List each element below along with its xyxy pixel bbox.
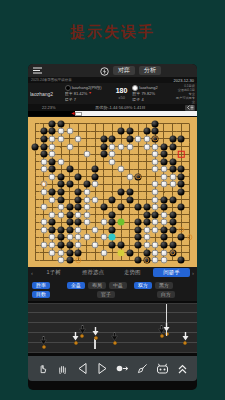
board-point[interactable] <box>143 219 152 227</box>
board-point[interactable] <box>48 150 57 158</box>
board-point[interactable] <box>168 188 177 196</box>
board-point[interactable] <box>185 173 194 181</box>
winrate-cursor[interactable] <box>75 112 82 116</box>
board-point[interactable] <box>57 219 66 227</box>
board-point[interactable] <box>82 120 91 128</box>
board-point[interactable] <box>91 234 100 242</box>
chip-opening[interactable]: 布局 <box>88 282 106 289</box>
board-point[interactable] <box>48 226 57 234</box>
tab-problem-moves[interactable]: 问题手 <box>153 268 190 277</box>
board-point[interactable] <box>125 143 134 151</box>
board-point[interactable] <box>74 158 83 166</box>
board-point[interactable] <box>168 256 177 264</box>
board-point[interactable] <box>65 256 74 264</box>
board-point[interactable] <box>177 165 186 173</box>
board-point[interactable] <box>65 135 74 143</box>
board-point[interactable] <box>143 120 152 128</box>
board-point[interactable] <box>160 256 169 264</box>
go-board[interactable] <box>28 117 197 267</box>
board-point[interactable] <box>57 226 66 234</box>
board-point[interactable] <box>48 249 57 257</box>
board-point[interactable] <box>57 234 66 242</box>
board-point[interactable] <box>82 211 91 219</box>
board-point[interactable] <box>125 249 134 257</box>
menu-icon[interactable] <box>32 66 42 76</box>
white-mistake-marker[interactable] <box>183 341 187 345</box>
board-point[interactable] <box>40 211 49 219</box>
board-point[interactable] <box>125 226 134 234</box>
board-point[interactable] <box>82 196 91 204</box>
board-point[interactable] <box>108 211 117 219</box>
board-point[interactable] <box>168 135 177 143</box>
board-point[interactable] <box>108 226 117 234</box>
problem-move-dot[interactable] <box>94 336 98 340</box>
board-point[interactable] <box>108 219 117 227</box>
board-point[interactable] <box>134 241 143 249</box>
board-point[interactable] <box>151 249 160 257</box>
tab-play[interactable]: 对弈 <box>113 66 135 75</box>
board-point[interactable] <box>91 256 100 264</box>
board-point[interactable] <box>134 188 143 196</box>
suggestion-highlight[interactable] <box>109 234 116 241</box>
board-point[interactable] <box>108 150 117 158</box>
board-point[interactable] <box>143 203 152 211</box>
tab-suggested-points[interactable]: 推荐选点 <box>74 269 111 276</box>
board-point[interactable] <box>48 211 57 219</box>
board-point[interactable] <box>108 241 117 249</box>
board-point[interactable] <box>31 158 40 166</box>
board-point[interactable] <box>185 120 194 128</box>
goban-grid[interactable] <box>31 120 194 264</box>
board-point[interactable] <box>65 226 74 234</box>
board-point[interactable] <box>143 241 152 249</box>
board-point[interactable] <box>40 241 49 249</box>
board-point[interactable] <box>117 219 126 227</box>
board-point[interactable] <box>185 188 194 196</box>
board-point[interactable] <box>125 165 134 173</box>
board-point[interactable] <box>108 158 117 166</box>
board-point[interactable] <box>40 203 49 211</box>
board-point[interactable] <box>108 188 117 196</box>
problem-move-graph[interactable] <box>28 303 197 353</box>
board-point[interactable] <box>160 203 169 211</box>
board-point[interactable] <box>82 128 91 136</box>
chip-both-sides[interactable]: 双方 <box>134 282 152 289</box>
board-point[interactable] <box>57 203 66 211</box>
board-point[interactable] <box>31 143 40 151</box>
problem-move-dot[interactable] <box>160 334 164 338</box>
board-point[interactable] <box>100 256 109 264</box>
tab-trend-graph[interactable]: 走势图 <box>114 269 151 276</box>
board-point[interactable] <box>31 219 40 227</box>
board-point[interactable] <box>160 188 169 196</box>
board-point[interactable] <box>65 120 74 128</box>
board-point[interactable] <box>168 249 177 257</box>
board-point[interactable] <box>117 120 126 128</box>
board-point[interactable] <box>74 143 83 151</box>
board-point[interactable] <box>117 256 126 264</box>
board-point[interactable] <box>177 188 186 196</box>
board-point[interactable] <box>74 173 83 181</box>
board-point[interactable] <box>185 158 194 166</box>
board-point[interactable] <box>160 135 169 143</box>
board-point[interactable] <box>48 234 57 242</box>
board-point[interactable] <box>143 158 152 166</box>
board-point[interactable] <box>168 173 177 181</box>
board-point[interactable] <box>100 211 109 219</box>
board-point[interactable] <box>65 249 74 257</box>
board-point[interactable] <box>57 173 66 181</box>
board-point[interactable] <box>40 135 49 143</box>
board-point[interactable] <box>48 196 57 204</box>
board-point[interactable] <box>168 150 177 158</box>
board-point[interactable] <box>48 188 57 196</box>
board-point[interactable] <box>100 234 109 242</box>
board-point[interactable] <box>168 165 177 173</box>
board-point[interactable] <box>168 143 177 151</box>
board-point[interactable] <box>185 165 194 173</box>
board-point[interactable] <box>160 143 169 151</box>
board-point[interactable] <box>65 219 74 227</box>
board-point[interactable] <box>168 158 177 166</box>
board-point[interactable] <box>91 120 100 128</box>
board-point[interactable] <box>100 196 109 204</box>
chip-white-side[interactable]: 白方 <box>157 291 175 298</box>
board-point[interactable] <box>31 226 40 234</box>
board-point[interactable] <box>143 226 152 234</box>
board-point[interactable] <box>91 143 100 151</box>
board-point[interactable] <box>177 241 186 249</box>
board-point[interactable] <box>100 143 109 151</box>
chip-whole-game[interactable]: 全盘 <box>67 282 85 289</box>
board-point[interactable] <box>168 241 177 249</box>
board-point[interactable] <box>160 196 169 204</box>
problem-move-dot[interactable] <box>42 345 46 349</box>
board-point[interactable] <box>117 211 126 219</box>
board-point[interactable] <box>100 158 109 166</box>
board-point[interactable] <box>82 158 91 166</box>
board-point[interactable] <box>117 143 126 151</box>
board-point[interactable] <box>82 226 91 234</box>
board-point[interactable] <box>177 181 186 189</box>
board-point[interactable] <box>160 165 169 173</box>
board-point[interactable] <box>74 203 83 211</box>
board-point[interactable] <box>31 211 40 219</box>
board-point[interactable] <box>125 188 134 196</box>
board-point[interactable] <box>117 196 126 204</box>
board-point[interactable] <box>91 135 100 143</box>
board-point[interactable] <box>74 219 83 227</box>
board-point[interactable] <box>48 165 57 173</box>
board-point[interactable] <box>82 256 91 264</box>
board-point[interactable] <box>100 203 109 211</box>
board-point[interactable] <box>177 219 186 227</box>
board-point[interactable] <box>48 120 57 128</box>
board-point[interactable] <box>117 234 126 242</box>
board-point[interactable] <box>185 150 194 158</box>
board-point[interactable] <box>185 241 194 249</box>
board-point[interactable] <box>143 150 152 158</box>
board-point[interactable] <box>151 188 160 196</box>
board-point[interactable] <box>134 128 143 136</box>
board-point[interactable] <box>40 173 49 181</box>
board-point[interactable] <box>31 234 40 242</box>
board-point[interactable] <box>177 128 186 136</box>
board-point[interactable] <box>91 158 100 166</box>
board-point[interactable] <box>57 158 66 166</box>
board-point[interactable] <box>40 256 49 264</box>
black-mistake-marker[interactable] <box>113 341 117 345</box>
board-point[interactable] <box>74 226 83 234</box>
board-point[interactable] <box>151 173 160 181</box>
board-point[interactable] <box>160 226 169 234</box>
board-point[interactable] <box>100 165 109 173</box>
board-point[interactable] <box>177 211 186 219</box>
board-point[interactable] <box>65 234 74 242</box>
board-point[interactable] <box>160 234 169 242</box>
board-point[interactable] <box>91 173 100 181</box>
board-point[interactable] <box>125 128 134 136</box>
board-point[interactable] <box>57 196 66 204</box>
chip-points[interactable]: 目数 <box>32 291 50 298</box>
tabs-right-chevron[interactable]: › <box>192 270 194 276</box>
board-point[interactable] <box>125 256 134 264</box>
board-point[interactable] <box>82 173 91 181</box>
board-point[interactable] <box>100 128 109 136</box>
board-point[interactable] <box>74 211 83 219</box>
board-point[interactable] <box>91 226 100 234</box>
board-point[interactable] <box>168 203 177 211</box>
board-point[interactable] <box>185 181 194 189</box>
board-point[interactable] <box>143 135 152 143</box>
collapse-panel-button[interactable] <box>185 105 195 111</box>
black-mistake-marker[interactable] <box>160 334 164 338</box>
board-point[interactable] <box>91 203 100 211</box>
board-point[interactable] <box>82 188 91 196</box>
board-point[interactable] <box>108 128 117 136</box>
board-point[interactable] <box>57 211 66 219</box>
board-point[interactable] <box>100 188 109 196</box>
board-point[interactable] <box>134 219 143 227</box>
board-point[interactable] <box>100 249 109 257</box>
board-point[interactable] <box>168 234 177 242</box>
board-point[interactable] <box>143 181 152 189</box>
board-point[interactable] <box>117 188 126 196</box>
ai-power-icon[interactable] <box>100 64 109 80</box>
board-point[interactable] <box>134 158 143 166</box>
board-point[interactable] <box>177 120 186 128</box>
board-point[interactable] <box>177 203 186 211</box>
board-point[interactable] <box>57 241 66 249</box>
board-point[interactable] <box>91 196 100 204</box>
board-point[interactable] <box>151 120 160 128</box>
board-point[interactable] <box>48 158 57 166</box>
board-point[interactable] <box>117 135 126 143</box>
suggestion-highlight[interactable] <box>118 249 125 256</box>
board-point[interactable] <box>168 226 177 234</box>
board-point[interactable] <box>91 150 100 158</box>
board-point[interactable] <box>117 173 126 181</box>
board-point[interactable] <box>160 241 169 249</box>
board-point[interactable] <box>134 120 143 128</box>
problem-move-dot[interactable] <box>74 341 78 345</box>
board-point[interactable] <box>134 181 143 189</box>
board-point[interactable] <box>143 249 152 257</box>
board-point[interactable] <box>48 241 57 249</box>
board-point[interactable] <box>117 226 126 234</box>
board-point[interactable] <box>177 249 186 257</box>
board-point[interactable] <box>74 196 83 204</box>
white-mistake-marker[interactable] <box>165 332 169 336</box>
board-point[interactable] <box>65 165 74 173</box>
ai-robot-icon[interactable] <box>156 362 170 376</box>
board-point[interactable] <box>74 135 83 143</box>
board-point[interactable] <box>177 135 186 143</box>
board-point[interactable] <box>57 249 66 257</box>
board-point[interactable] <box>151 256 160 264</box>
board-point[interactable] <box>160 219 169 227</box>
board-point[interactable] <box>31 173 40 181</box>
board-point[interactable] <box>143 196 152 204</box>
board-point[interactable] <box>65 188 74 196</box>
board-point[interactable] <box>125 135 134 143</box>
board-point[interactable] <box>177 143 186 151</box>
step-forward-icon[interactable] <box>95 362 109 376</box>
board-point[interactable] <box>134 173 143 181</box>
step-back-icon[interactable] <box>75 362 89 376</box>
board-point[interactable] <box>185 249 194 257</box>
board-point[interactable] <box>57 128 66 136</box>
board-point[interactable] <box>48 173 57 181</box>
board-point[interactable] <box>168 120 177 128</box>
board-point[interactable] <box>108 249 117 257</box>
open-hand-icon[interactable] <box>55 362 69 376</box>
board-point[interactable] <box>31 196 40 204</box>
board-point[interactable] <box>82 165 91 173</box>
board-point[interactable] <box>134 143 143 151</box>
board-point[interactable] <box>100 135 109 143</box>
board-point[interactable] <box>40 120 49 128</box>
board-point[interactable] <box>48 203 57 211</box>
board-point[interactable] <box>57 150 66 158</box>
board-point[interactable] <box>125 196 134 204</box>
board-point[interactable] <box>125 181 134 189</box>
board-point[interactable] <box>160 120 169 128</box>
board-point[interactable] <box>185 219 194 227</box>
board-point[interactable] <box>108 181 117 189</box>
board-point[interactable] <box>82 241 91 249</box>
board-point[interactable] <box>125 158 134 166</box>
board-point[interactable] <box>143 188 152 196</box>
board-point[interactable] <box>143 165 152 173</box>
board-point[interactable] <box>82 135 91 143</box>
board-point[interactable] <box>48 256 57 264</box>
board-point[interactable] <box>134 135 143 143</box>
board-point[interactable] <box>40 226 49 234</box>
board-point[interactable] <box>91 241 100 249</box>
board-point[interactable] <box>31 181 40 189</box>
board-point[interactable] <box>168 196 177 204</box>
board-point[interactable] <box>125 211 134 219</box>
board-point[interactable] <box>117 249 126 257</box>
board-point[interactable] <box>57 256 66 264</box>
board-point[interactable] <box>125 234 134 242</box>
board-point[interactable] <box>48 135 57 143</box>
board-point[interactable] <box>65 181 74 189</box>
board-point[interactable] <box>160 181 169 189</box>
board-point[interactable] <box>177 196 186 204</box>
board-point[interactable] <box>134 165 143 173</box>
board-point[interactable] <box>74 181 83 189</box>
board-point[interactable] <box>82 181 91 189</box>
board-point[interactable] <box>151 181 160 189</box>
board-point[interactable] <box>151 226 160 234</box>
board-point[interactable] <box>151 128 160 136</box>
board-point[interactable] <box>117 165 126 173</box>
board-point[interactable] <box>125 173 134 181</box>
board-point[interactable] <box>177 234 186 242</box>
board-point[interactable] <box>31 241 40 249</box>
board-point[interactable] <box>151 150 160 158</box>
board-point[interactable] <box>134 150 143 158</box>
board-point[interactable] <box>108 135 117 143</box>
suggestion-highlight[interactable] <box>118 219 125 226</box>
board-point[interactable] <box>117 150 126 158</box>
board-point[interactable] <box>100 173 109 181</box>
board-point[interactable] <box>185 256 194 264</box>
board-point[interactable] <box>125 120 134 128</box>
board-point[interactable] <box>117 241 126 249</box>
board-point[interactable] <box>108 165 117 173</box>
board-point[interactable] <box>40 249 49 257</box>
board-point[interactable] <box>100 241 109 249</box>
board-point[interactable] <box>134 203 143 211</box>
board-point[interactable] <box>151 135 160 143</box>
board-point[interactable] <box>151 196 160 204</box>
board-point[interactable] <box>57 135 66 143</box>
chip-black-side[interactable]: 黑方 <box>155 282 173 289</box>
board-point[interactable] <box>100 181 109 189</box>
chip-winrate[interactable]: 胜率 <box>32 282 50 289</box>
board-point[interactable] <box>143 128 152 136</box>
board-point[interactable] <box>74 128 83 136</box>
board-point[interactable] <box>168 181 177 189</box>
board-point[interactable] <box>65 128 74 136</box>
board-point[interactable] <box>100 120 109 128</box>
board-point[interactable] <box>117 128 126 136</box>
board-point[interactable] <box>185 143 194 151</box>
board-point[interactable] <box>185 203 194 211</box>
board-point[interactable] <box>91 128 100 136</box>
board-point[interactable] <box>40 128 49 136</box>
board-point[interactable] <box>57 181 66 189</box>
board-point[interactable] <box>143 211 152 219</box>
board-point[interactable] <box>100 150 109 158</box>
board-point[interactable] <box>74 256 83 264</box>
board-point[interactable] <box>151 211 160 219</box>
board-point[interactable] <box>108 256 117 264</box>
board-point[interactable] <box>160 158 169 166</box>
board-point[interactable] <box>168 128 177 136</box>
white-mistake-marker[interactable] <box>74 341 78 345</box>
board-point[interactable] <box>65 143 74 151</box>
board-point[interactable] <box>48 143 57 151</box>
chip-endgame[interactable]: 官子 <box>97 291 115 298</box>
board-point[interactable] <box>40 165 49 173</box>
board-point[interactable] <box>108 196 117 204</box>
board-point[interactable] <box>185 135 194 143</box>
board-point[interactable] <box>151 203 160 211</box>
